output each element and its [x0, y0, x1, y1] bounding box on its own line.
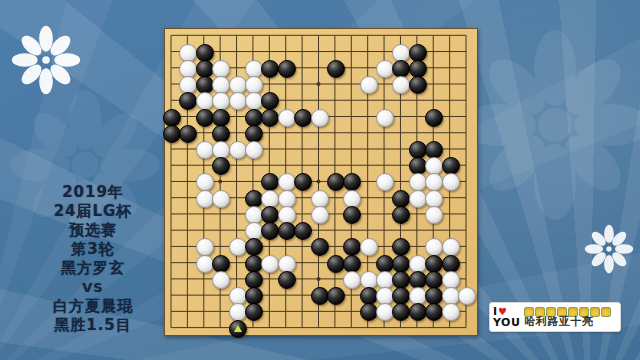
black-stone	[245, 109, 263, 127]
white-stone	[376, 60, 394, 78]
black-stone	[229, 320, 247, 338]
black-stone	[311, 287, 329, 305]
caption-result: 黑胜1.5目	[18, 316, 168, 335]
black-stone	[196, 109, 214, 127]
black-stone	[327, 287, 345, 305]
black-stone	[212, 255, 230, 273]
last-move-triangle-marker	[234, 325, 242, 332]
black-stone	[425, 109, 443, 127]
screenshot-root: { "game": "go", "board": { "size": 19, "…	[0, 0, 640, 360]
watermark-badge: I♥ YOU 哈利路亚十亮	[489, 302, 621, 332]
black-stone	[294, 109, 312, 127]
white-stone	[278, 109, 296, 127]
black-stone	[261, 60, 279, 78]
star-point	[218, 179, 222, 183]
white-stone	[196, 255, 214, 273]
white-stone	[425, 190, 443, 208]
watermark-username: 哈利路亚十亮	[524, 316, 611, 328]
caption-vs: VS	[18, 278, 168, 297]
white-stone	[392, 44, 410, 62]
watermark-right: 哈利路亚十亮	[524, 307, 611, 328]
caption-round: 第3轮	[18, 240, 168, 259]
star-point	[317, 82, 321, 86]
white-stone	[442, 303, 460, 321]
white-stone	[245, 141, 263, 159]
flower-watermark-faint-right	[460, 30, 640, 220]
go-board[interactable]	[164, 28, 478, 336]
caption-white-player: 白方夏晨琨	[18, 297, 168, 316]
white-stone	[261, 190, 279, 208]
white-stone	[261, 255, 279, 273]
white-stone	[229, 92, 247, 110]
black-stone	[327, 60, 345, 78]
watermark-i-love-you: I♥ YOU	[493, 306, 520, 328]
white-stone	[179, 44, 197, 62]
black-stone	[409, 76, 427, 94]
black-stone	[409, 44, 427, 62]
white-stone	[442, 173, 460, 191]
white-stone	[442, 238, 460, 256]
black-stone	[179, 125, 197, 143]
white-stone	[311, 190, 329, 208]
star-point	[317, 179, 321, 183]
star-point	[317, 277, 321, 281]
black-stone	[261, 109, 279, 127]
white-stone	[196, 190, 214, 208]
black-stone	[245, 190, 263, 208]
black-stone	[212, 109, 230, 127]
white-stone	[343, 190, 361, 208]
black-stone	[425, 255, 443, 273]
white-stone	[360, 76, 378, 94]
game-info-caption: 2019年 24届LG杯 预选赛 第3轮 黑方罗玄 VS 白方夏晨琨 黑胜1.5…	[18, 183, 168, 335]
white-stone	[311, 109, 329, 127]
white-stone	[212, 271, 230, 289]
caption-year: 2019年	[18, 183, 168, 202]
white-stone	[229, 303, 247, 321]
black-stone	[327, 255, 345, 273]
white-stone	[278, 255, 296, 273]
white-stone	[376, 109, 394, 127]
white-stone	[196, 92, 214, 110]
caption-stage: 预选赛	[18, 221, 168, 240]
white-stone	[212, 190, 230, 208]
black-stone	[311, 238, 329, 256]
black-stone	[278, 222, 296, 240]
white-stone	[229, 238, 247, 256]
white-stone	[278, 190, 296, 208]
white-stone	[196, 141, 214, 159]
black-stone	[376, 255, 394, 273]
white-stone	[360, 238, 378, 256]
black-stone	[360, 303, 378, 321]
black-stone	[442, 255, 460, 273]
caption-event: 24届LG杯	[18, 202, 168, 221]
watermark-you: YOU	[493, 317, 520, 328]
black-stone	[196, 44, 214, 62]
white-stone	[311, 206, 329, 224]
black-stone	[163, 109, 181, 127]
black-stone	[278, 271, 296, 289]
flower-ornament-bottom-right	[582, 222, 636, 276]
flower-ornament-top-left	[8, 22, 84, 98]
white-stone	[229, 141, 247, 159]
white-stone	[409, 190, 427, 208]
black-stone	[163, 125, 181, 143]
caption-black-player: 黑方罗玄	[18, 259, 168, 278]
black-stone	[245, 255, 263, 273]
black-stone	[278, 60, 296, 78]
black-stone	[343, 255, 361, 273]
white-stone	[409, 255, 427, 273]
